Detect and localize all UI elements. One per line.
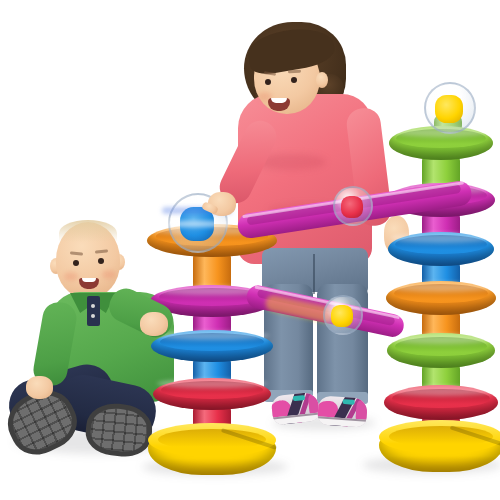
girl-ear (316, 72, 328, 88)
girl-shoe-right (317, 395, 368, 427)
baby-eye-left (73, 260, 79, 266)
baby-blush-right (102, 270, 116, 279)
girl-jeans-seam (313, 254, 315, 294)
baby-hair (59, 220, 117, 246)
girl-shoe-left (271, 392, 321, 426)
tower-tier-blue (151, 330, 273, 362)
baby-hand-right (140, 312, 168, 336)
tower-tier-green (387, 333, 495, 368)
motion-blur-streak (166, 221, 230, 227)
baby-placket (87, 296, 100, 326)
ball-lower-ramp (323, 295, 363, 335)
ball-upper-ramp (333, 186, 373, 226)
tower-tier-red (384, 385, 498, 420)
tower-tier-blue (388, 232, 494, 266)
girl-eye-right (291, 77, 297, 83)
tower-tier-red (153, 378, 271, 410)
baby-blush-left (64, 272, 78, 281)
ball-right-tower-top (424, 82, 476, 134)
baby-eye-right (98, 258, 104, 264)
girl-eye-left (265, 79, 271, 85)
baby-hand-left (26, 376, 53, 399)
tower-tier-orange (386, 281, 496, 315)
product-photo-scene (0, 0, 500, 500)
